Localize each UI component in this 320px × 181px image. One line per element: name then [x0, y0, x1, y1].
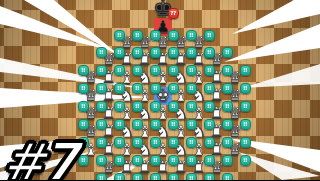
- brilliant-move-badge: !!: [132, 30, 143, 41]
- brilliant-move-badge: !!: [150, 83, 161, 94]
- brilliant-move-badge: !!: [96, 173, 107, 181]
- brilliant-move-badge: !!: [186, 119, 197, 130]
- brilliant-move-badge: !!: [204, 83, 215, 94]
- brilliant-move-badge: !!: [240, 65, 251, 76]
- brilliant-move-badge: !!: [186, 65, 197, 76]
- thumbnail: ♚♟♛♛♛♛♛♛♜♜♜♜♜♛♛♜♝♞♝♞♝♜♛♛♜♞♝♚♝♞♜♛♛♜♝♞♝♞♝♜…: [0, 0, 320, 180]
- brilliant-move-badge: !!: [222, 119, 233, 130]
- brilliant-move-badge: !!: [204, 119, 215, 130]
- brilliant-move-badge: !!: [186, 137, 197, 148]
- brilliant-move-badge: !!: [168, 101, 179, 112]
- brilliant-move-badge: !!: [96, 119, 107, 130]
- brilliant-move-badge: !!: [168, 30, 179, 41]
- brilliant-move-badge: !!: [78, 119, 89, 130]
- brilliant-move-badge: !!: [240, 155, 251, 166]
- brilliant-move-badge: !!: [132, 155, 143, 166]
- brilliant-move-badge: !!: [150, 155, 161, 166]
- brilliant-move-badge: !!: [150, 137, 161, 148]
- brilliant-move-badge: !!: [78, 83, 89, 94]
- brilliant-move-badge: !!: [204, 47, 215, 58]
- brilliant-move-badge: !!: [168, 47, 179, 58]
- brilliant-move-badge: !!: [114, 137, 125, 148]
- brilliant-move-badge: !!: [204, 137, 215, 148]
- brilliant-move-badge: !!: [186, 83, 197, 94]
- episode-number: #7: [2, 136, 76, 180]
- brilliant-move-badge: !!: [222, 83, 233, 94]
- brilliant-move-badge: !!: [78, 137, 89, 148]
- brilliant-move-badge: !!: [204, 30, 215, 41]
- brilliant-move-badge: !!: [168, 155, 179, 166]
- brilliant-move-badge: !!: [204, 65, 215, 76]
- brilliant-move-badge: !!: [168, 65, 179, 76]
- brilliant-move-badge: !!: [150, 65, 161, 76]
- brilliant-move-badge: !!: [168, 173, 179, 181]
- brilliant-move-badge: !!: [222, 155, 233, 166]
- brilliant-move-badge: !!: [114, 65, 125, 76]
- brilliant-move-badge: !!: [96, 155, 107, 166]
- brilliant-move-badge: !!: [222, 137, 233, 148]
- brilliant-move-badge: !!: [132, 101, 143, 112]
- brilliant-move-badge: !!: [204, 173, 215, 181]
- brilliant-move-badge: !!: [222, 101, 233, 112]
- brilliant-move-badge: !!: [240, 119, 251, 130]
- blunder-move-badge: ??: [168, 8, 179, 19]
- brilliant-move-badge: !!: [132, 47, 143, 58]
- brilliant-move-badge: !!: [150, 101, 161, 112]
- brilliant-move-badge: !!: [186, 155, 197, 166]
- brilliant-move-badge: !!: [186, 101, 197, 112]
- brilliant-move-badge: !!: [150, 119, 161, 130]
- brilliant-move-badge: !!: [114, 30, 125, 41]
- brilliant-move-badge: !!: [96, 83, 107, 94]
- brilliant-move-badge: !!: [186, 173, 197, 181]
- brilliant-move-badge: !!: [114, 83, 125, 94]
- brilliant-move-badge: !!: [78, 65, 89, 76]
- brilliant-move-badge: !!: [150, 173, 161, 181]
- brilliant-move-badge: !!: [168, 137, 179, 148]
- brilliant-move-badge: !!: [204, 155, 215, 166]
- brilliant-move-badge: !!: [78, 155, 89, 166]
- brilliant-move-badge: !!: [96, 47, 107, 58]
- brilliant-move-badge: !!: [78, 101, 89, 112]
- brilliant-move-badge: !!: [240, 83, 251, 94]
- brilliant-move-badge: !!: [240, 137, 251, 148]
- brilliant-move-badge: !!: [150, 30, 161, 41]
- brilliant-move-badge: !!: [204, 101, 215, 112]
- brilliant-move-badge: !!: [186, 30, 197, 41]
- brilliant-move-badge: !!: [114, 155, 125, 166]
- brilliant-move-badge: !!: [96, 101, 107, 112]
- brilliant-move-badge: !!: [132, 65, 143, 76]
- brilliant-move-badge: !!: [114, 101, 125, 112]
- brilliant-move-badge: !!: [132, 119, 143, 130]
- brilliant-move-badge: !!: [114, 173, 125, 181]
- brilliant-move-badge: !!: [222, 65, 233, 76]
- brilliant-move-badge: !!: [132, 173, 143, 181]
- brilliant-move-badge: !!: [186, 47, 197, 58]
- brilliant-move-badge: !!: [240, 101, 251, 112]
- brilliant-move-badge: !!: [96, 137, 107, 148]
- brilliant-move-badge: !!: [168, 119, 179, 130]
- brilliant-move-badge: !!: [96, 65, 107, 76]
- brilliant-move-badge: !!: [132, 137, 143, 148]
- brilliant-move-badge: !!: [150, 47, 161, 58]
- brilliant-move-badge: !!: [132, 83, 143, 94]
- brilliant-move-badge: !!: [168, 83, 179, 94]
- brilliant-move-badge: !!: [114, 119, 125, 130]
- brilliant-move-badge: !!: [222, 173, 233, 181]
- brilliant-move-badge: !!: [222, 47, 233, 58]
- brilliant-move-badge: !!: [114, 47, 125, 58]
